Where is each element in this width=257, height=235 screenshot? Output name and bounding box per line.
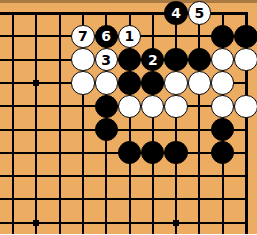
go-board[interactable]: 4625713 [0, 0, 257, 234]
stone-n18-move-6: 6 [95, 25, 118, 48]
stone-t15 [234, 95, 257, 118]
stone-p15 [141, 95, 164, 118]
stone-q13 [164, 141, 187, 164]
stone-n17-move-3: 3 [95, 48, 118, 71]
stone-p13 [141, 141, 164, 164]
star-point-k16 [33, 80, 39, 86]
stone-o17 [118, 48, 141, 71]
stone-s14 [211, 118, 234, 141]
stone-s18 [211, 25, 234, 48]
stone-n16 [95, 71, 118, 94]
stone-o15 [118, 95, 141, 118]
grid-line-vertical-r [198, 12, 200, 235]
stone-s16 [211, 71, 234, 94]
stone-q17 [164, 48, 187, 71]
stone-s17 [211, 48, 234, 71]
stone-q19-move-4: 4 [164, 1, 187, 24]
stone-m18-move-7: 7 [71, 25, 94, 48]
stone-s15 [211, 95, 234, 118]
stone-o16 [118, 71, 141, 94]
star-point-k10 [33, 220, 39, 226]
stone-m17 [71, 48, 94, 71]
stone-s13 [211, 141, 234, 164]
stone-n14 [95, 118, 118, 141]
star-point-q10 [173, 220, 179, 226]
stone-o13 [118, 141, 141, 164]
grid-line-vertical-l [59, 12, 61, 235]
stone-r19-move-5: 5 [188, 1, 211, 24]
stone-o18-move-1: 1 [118, 25, 141, 48]
stone-q15 [164, 95, 187, 118]
grid-line-vertical-q [175, 12, 177, 235]
stone-r16 [188, 71, 211, 94]
stone-n15 [95, 95, 118, 118]
stone-q16 [164, 71, 187, 94]
grid-line-vertical-k [35, 12, 37, 235]
stone-m16 [71, 71, 94, 94]
stone-t17 [234, 48, 257, 71]
grid-line-vertical-j [12, 12, 14, 235]
stone-r17 [188, 48, 211, 71]
board-top-border [0, 0, 257, 3]
stone-p16 [141, 71, 164, 94]
grid-line-vertical-p [152, 12, 154, 235]
stone-t18 [234, 25, 257, 48]
stone-p17-move-2: 2 [141, 48, 164, 71]
